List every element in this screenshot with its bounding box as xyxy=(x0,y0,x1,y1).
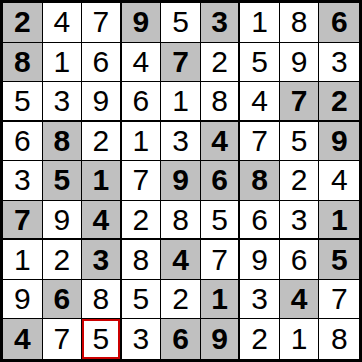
cell-r2c2[interactable]: 1 xyxy=(43,43,83,83)
cell-r1c4[interactable]: 9 xyxy=(122,3,162,43)
cell-r6c5[interactable]: 8 xyxy=(161,201,201,241)
cell-r4c4[interactable]: 1 xyxy=(122,122,162,162)
cell-r7c6[interactable]: 7 xyxy=(201,240,241,280)
cell-r9c6[interactable]: 9 xyxy=(201,319,241,359)
cell-r9c9[interactable]: 8 xyxy=(319,319,359,359)
cell-r7c2[interactable]: 2 xyxy=(43,240,83,280)
cell-r6c7[interactable]: 6 xyxy=(240,201,280,241)
cell-r7c1[interactable]: 1 xyxy=(3,240,43,280)
cell-r6c3[interactable]: 4 xyxy=(82,201,122,241)
cell-r5c9[interactable]: 4 xyxy=(319,161,359,201)
cell-r5c6[interactable]: 6 xyxy=(201,161,241,201)
cell-r8c4[interactable]: 5 xyxy=(122,280,162,320)
cell-r4c5[interactable]: 3 xyxy=(161,122,201,162)
cell-r5c7[interactable]: 8 xyxy=(240,161,280,201)
cell-r9c7[interactable]: 2 xyxy=(240,319,280,359)
cell-r6c8[interactable]: 3 xyxy=(280,201,320,241)
cell-r3c8[interactable]: 7 xyxy=(280,82,320,122)
cell-r4c9[interactable]: 9 xyxy=(319,122,359,162)
cell-r8c7[interactable]: 3 xyxy=(240,280,280,320)
cell-r2c8[interactable]: 9 xyxy=(280,43,320,83)
cell-r3c3[interactable]: 9 xyxy=(82,82,122,122)
cell-r6c4[interactable]: 2 xyxy=(122,201,162,241)
cell-r9c1[interactable]: 4 xyxy=(3,319,43,359)
cell-r3c2[interactable]: 3 xyxy=(43,82,83,122)
cell-r1c2[interactable]: 4 xyxy=(43,3,83,43)
cell-r8c6[interactable]: 1 xyxy=(201,280,241,320)
cell-r7c9[interactable]: 5 xyxy=(319,240,359,280)
cell-r1c7[interactable]: 1 xyxy=(240,3,280,43)
cell-r1c1[interactable]: 2 xyxy=(3,3,43,43)
cell-r4c8[interactable]: 5 xyxy=(280,122,320,162)
cell-r9c5[interactable]: 6 xyxy=(161,319,201,359)
cell-r4c7[interactable]: 7 xyxy=(240,122,280,162)
cell-r5c3[interactable]: 1 xyxy=(82,161,122,201)
cell-r7c7[interactable]: 9 xyxy=(240,240,280,280)
cell-r9c3[interactable]: 5 xyxy=(82,319,122,359)
cell-r2c4[interactable]: 4 xyxy=(122,43,162,83)
cell-r3c5[interactable]: 1 xyxy=(161,82,201,122)
cell-r1c3[interactable]: 7 xyxy=(82,3,122,43)
cell-r9c2[interactable]: 7 xyxy=(43,319,83,359)
cell-r1c5[interactable]: 5 xyxy=(161,3,201,43)
cell-r8c2[interactable]: 6 xyxy=(43,280,83,320)
cell-r3c6[interactable]: 8 xyxy=(201,82,241,122)
cell-r8c5[interactable]: 2 xyxy=(161,280,201,320)
cell-r6c6[interactable]: 5 xyxy=(201,201,241,241)
cell-r5c8[interactable]: 2 xyxy=(280,161,320,201)
cell-r2c5[interactable]: 7 xyxy=(161,43,201,83)
cell-r4c2[interactable]: 8 xyxy=(43,122,83,162)
cell-r9c8[interactable]: 1 xyxy=(280,319,320,359)
cell-r2c3[interactable]: 6 xyxy=(82,43,122,83)
cell-r5c1[interactable]: 3 xyxy=(3,161,43,201)
cell-r3c7[interactable]: 4 xyxy=(240,82,280,122)
cell-r8c8[interactable]: 4 xyxy=(280,280,320,320)
cell-r4c1[interactable]: 6 xyxy=(3,122,43,162)
cell-r2c6[interactable]: 2 xyxy=(201,43,241,83)
cell-r2c9[interactable]: 3 xyxy=(319,43,359,83)
cell-r3c9[interactable]: 2 xyxy=(319,82,359,122)
cell-r5c5[interactable]: 9 xyxy=(161,161,201,201)
cell-r4c3[interactable]: 2 xyxy=(82,122,122,162)
cell-r4c6[interactable]: 4 xyxy=(201,122,241,162)
sudoku-board: 2479531868164725935396184726821347593517… xyxy=(0,0,362,362)
cell-r6c9[interactable]: 1 xyxy=(319,201,359,241)
cell-r7c8[interactable]: 6 xyxy=(280,240,320,280)
cell-r8c3[interactable]: 8 xyxy=(82,280,122,320)
cell-r2c1[interactable]: 8 xyxy=(3,43,43,83)
cell-r6c2[interactable]: 9 xyxy=(43,201,83,241)
cell-r8c1[interactable]: 9 xyxy=(3,280,43,320)
cell-r7c4[interactable]: 8 xyxy=(122,240,162,280)
cell-r5c4[interactable]: 7 xyxy=(122,161,162,201)
cell-r1c6[interactable]: 3 xyxy=(201,3,241,43)
cell-r8c9[interactable]: 7 xyxy=(319,280,359,320)
cell-r3c4[interactable]: 6 xyxy=(122,82,162,122)
cell-r5c2[interactable]: 5 xyxy=(43,161,83,201)
cell-r2c7[interactable]: 5 xyxy=(240,43,280,83)
cell-r3c1[interactable]: 5 xyxy=(3,82,43,122)
cell-r9c4[interactable]: 3 xyxy=(122,319,162,359)
cell-r7c5[interactable]: 4 xyxy=(161,240,201,280)
cell-r6c1[interactable]: 7 xyxy=(3,201,43,241)
cell-r1c8[interactable]: 8 xyxy=(280,3,320,43)
cell-r7c3[interactable]: 3 xyxy=(82,240,122,280)
cell-r1c9[interactable]: 6 xyxy=(319,3,359,43)
